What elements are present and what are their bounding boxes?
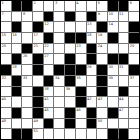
grid-cell[interactable] <box>54 97 64 107</box>
grid-cell[interactable] <box>33 76 43 86</box>
black-cell <box>108 1 118 11</box>
black-cell <box>44 12 54 22</box>
black-cell <box>97 76 107 86</box>
grid-cell[interactable]: 3 <box>54 1 64 11</box>
clue-number: 21 <box>34 44 38 48</box>
black-cell <box>129 33 139 43</box>
grid-cell[interactable]: 15 <box>1 33 11 43</box>
grid-cell[interactable]: 46 <box>76 108 86 118</box>
grid-cell[interactable]: 51 <box>33 129 43 139</box>
grid-cell[interactable] <box>87 87 97 97</box>
grid-cell[interactable] <box>54 44 64 54</box>
grid-cell[interactable] <box>129 129 139 139</box>
grid-cell[interactable] <box>54 54 64 64</box>
clue-number: 29 <box>87 65 91 69</box>
grid-cell[interactable]: 25 <box>129 44 139 54</box>
grid-cell[interactable] <box>22 87 32 97</box>
clue-number: 49 <box>34 119 38 123</box>
grid-cell[interactable]: 11 <box>119 12 129 22</box>
grid-cell[interactable] <box>1 87 11 97</box>
black-cell <box>33 97 43 107</box>
grid-cell[interactable]: 28 <box>12 65 22 75</box>
grid-cell[interactable] <box>119 76 129 86</box>
grid-cell[interactable]: 4 <box>76 1 86 11</box>
grid-cell[interactable] <box>65 44 75 54</box>
grid-cell[interactable] <box>54 119 64 129</box>
grid-cell[interactable]: 9 <box>97 12 107 22</box>
black-cell <box>119 1 129 11</box>
clue-number: 10 <box>108 12 112 16</box>
grid-cell[interactable]: 19 <box>97 33 107 43</box>
grid-cell[interactable]: 26 <box>22 54 32 64</box>
grid-cell[interactable] <box>44 65 54 75</box>
black-cell <box>33 54 43 64</box>
grid-cell[interactable] <box>1 129 11 139</box>
grid-cell[interactable] <box>65 129 75 139</box>
black-cell <box>33 108 43 118</box>
clue-number: 26 <box>23 54 27 58</box>
clue-number: 39 <box>66 87 70 91</box>
black-cell <box>12 129 22 139</box>
clue-number: 51 <box>34 129 38 133</box>
black-cell <box>65 76 75 86</box>
grid-cell[interactable] <box>54 12 64 22</box>
clue-number: 11 <box>119 12 123 16</box>
black-cell <box>119 87 129 97</box>
grid-cell[interactable]: 12 <box>44 22 54 32</box>
grid-cell[interactable]: 34 <box>54 76 64 86</box>
black-cell <box>97 65 107 75</box>
grid-cell[interactable] <box>65 1 75 11</box>
grid-cell[interactable]: 30 <box>108 65 118 75</box>
clue-number: 9 <box>98 12 100 16</box>
grid-cell[interactable] <box>76 129 86 139</box>
grid-cell[interactable]: 1 <box>1 1 11 11</box>
clue-number: 25 <box>130 44 134 48</box>
grid-cell[interactable]: 14 <box>108 22 118 32</box>
clue-number: 3 <box>55 1 57 5</box>
grid-cell[interactable] <box>65 22 75 32</box>
grid-cell[interactable] <box>97 108 107 118</box>
clue-number: 28 <box>12 65 16 69</box>
clue-number: 30 <box>108 65 112 69</box>
grid-cell[interactable]: 37 <box>129 76 139 86</box>
grid-cell[interactable] <box>44 129 54 139</box>
grid-cell[interactable]: 41 <box>44 97 54 107</box>
black-cell <box>97 87 107 97</box>
grid-cell[interactable] <box>12 12 22 22</box>
black-cell <box>44 33 54 43</box>
grid-cell[interactable]: 39 <box>65 87 75 97</box>
clue-number: 31 <box>119 65 123 69</box>
clue-number: 33 <box>23 76 27 80</box>
grid-cell[interactable]: 49 <box>33 119 43 129</box>
grid-cell[interactable]: 23 <box>76 44 86 54</box>
black-cell <box>12 108 22 118</box>
grid-cell[interactable] <box>97 129 107 139</box>
grid-cell[interactable]: 38 <box>44 87 54 97</box>
clue-number: 22 <box>44 44 48 48</box>
grid-cell[interactable] <box>22 119 32 129</box>
clue-number: 15 <box>2 33 6 37</box>
grid-cell[interactable]: 16 <box>12 33 22 43</box>
grid-cell[interactable] <box>22 33 32 43</box>
grid-cell[interactable]: 20 <box>1 44 11 54</box>
grid-cell[interactable] <box>87 1 97 11</box>
black-cell <box>65 12 75 22</box>
grid-cell[interactable] <box>1 22 11 32</box>
clue-number: 18 <box>87 33 91 37</box>
black-cell <box>22 44 32 54</box>
grid-cell[interactable]: 2 <box>33 1 43 11</box>
grid-cell[interactable]: 43 <box>97 97 107 107</box>
grid-cell[interactable]: 5 <box>97 1 107 11</box>
black-cell <box>22 1 32 11</box>
clue-number: 12 <box>44 22 48 26</box>
grid-cell[interactable]: 18 <box>87 33 97 43</box>
grid-cell[interactable] <box>76 119 86 129</box>
black-cell <box>87 44 97 54</box>
grid-cell[interactable] <box>1 54 11 64</box>
black-cell <box>33 22 43 32</box>
clue-number: 19 <box>98 33 102 37</box>
black-cell <box>108 33 118 43</box>
black-cell <box>44 119 54 129</box>
grid-cell[interactable] <box>12 97 22 107</box>
grid-cell[interactable] <box>22 65 32 75</box>
grid-cell[interactable]: 40 <box>1 97 11 107</box>
black-cell <box>65 119 75 129</box>
black-cell <box>108 129 118 139</box>
black-cell <box>44 76 54 86</box>
clue-number: 4 <box>76 1 78 5</box>
clue-number: 45 <box>44 108 48 112</box>
clue-number: 38 <box>44 87 48 91</box>
crossword-grid: 1234567891011121314151617181920212223242… <box>0 0 140 140</box>
grid-cell[interactable] <box>33 12 43 22</box>
black-cell <box>87 12 97 22</box>
black-cell <box>65 54 75 64</box>
clue-number: 43 <box>98 97 102 101</box>
grid-cell[interactable] <box>87 129 97 139</box>
grid-cell[interactable] <box>129 108 139 118</box>
black-cell <box>65 65 75 75</box>
clue-number: 27 <box>44 54 48 58</box>
grid-cell[interactable] <box>54 22 64 32</box>
grid-cell[interactable]: 6 <box>129 1 139 11</box>
clue-number: 2 <box>34 1 36 5</box>
clue-number: 40 <box>2 97 6 101</box>
clue-number: 48 <box>2 119 6 123</box>
grid-cell[interactable] <box>76 12 86 22</box>
grid-cell[interactable] <box>129 12 139 22</box>
grid-cell[interactable]: 35 <box>76 76 86 86</box>
clue-number: 14 <box>108 22 112 26</box>
grid-cell[interactable]: 31 <box>119 65 129 75</box>
grid-cell[interactable]: 7 <box>1 12 11 22</box>
grid-cell[interactable]: 17 <box>33 33 43 43</box>
black-cell <box>65 108 75 118</box>
clue-number: 7 <box>2 12 4 16</box>
clue-number: 37 <box>130 76 134 80</box>
black-cell <box>54 65 64 75</box>
clue-number: 50 <box>98 119 102 123</box>
black-cell <box>129 22 139 32</box>
grid-cell[interactable] <box>129 87 139 97</box>
grid-cell[interactable]: 42 <box>87 97 97 107</box>
grid-cell[interactable] <box>119 119 129 129</box>
black-cell <box>119 129 129 139</box>
clue-number: 5 <box>98 1 100 5</box>
grid-cell[interactable]: 27 <box>44 54 54 64</box>
grid-cell[interactable]: 44 <box>119 97 129 107</box>
black-cell <box>1 65 11 75</box>
black-cell <box>76 87 86 97</box>
grid-cell[interactable] <box>87 76 97 86</box>
grid-cell[interactable] <box>119 22 129 32</box>
clue-number: 24 <box>98 44 102 48</box>
grid-cell[interactable]: 32 <box>1 76 11 86</box>
black-cell <box>76 33 86 43</box>
grid-cell[interactable]: 33 <box>22 76 32 86</box>
grid-cell[interactable]: 47 <box>119 108 129 118</box>
grid-cell[interactable]: 24 <box>97 44 107 54</box>
grid-cell[interactable] <box>44 1 54 11</box>
grid-cell[interactable] <box>108 119 118 129</box>
grid-cell[interactable] <box>65 97 75 107</box>
grid-cell[interactable]: 50 <box>97 119 107 129</box>
grid-cell[interactable] <box>76 54 86 64</box>
grid-cell[interactable] <box>54 33 64 43</box>
clue-number: 35 <box>76 76 80 80</box>
clue-number: 23 <box>76 44 80 48</box>
grid-cell[interactable]: 29 <box>87 65 97 75</box>
black-cell <box>119 54 129 64</box>
grid-cell[interactable]: 45 <box>44 108 54 118</box>
grid-cell[interactable]: 8 <box>22 12 32 22</box>
black-cell <box>87 108 97 118</box>
black-cell <box>129 65 139 75</box>
clue-number: 44 <box>119 97 123 101</box>
black-cell <box>22 129 32 139</box>
black-cell <box>12 1 22 11</box>
grid-cell[interactable] <box>54 87 64 97</box>
grid-cell[interactable] <box>22 108 32 118</box>
grid-cell[interactable] <box>22 97 32 107</box>
grid-cell[interactable] <box>108 97 118 107</box>
grid-cell[interactable] <box>129 119 139 129</box>
black-cell <box>33 87 43 97</box>
clue-number: 42 <box>87 97 91 101</box>
black-cell <box>65 33 75 43</box>
grid-cell[interactable]: 48 <box>1 119 11 129</box>
clue-number: 13 <box>87 22 91 26</box>
clue-number: 17 <box>34 33 38 37</box>
black-cell <box>87 119 97 129</box>
grid-cell[interactable]: 13 <box>87 22 97 32</box>
clue-number: 41 <box>44 97 48 101</box>
grid-cell[interactable] <box>1 108 11 118</box>
clue-number: 20 <box>2 44 6 48</box>
grid-cell[interactable]: 21 <box>33 44 43 54</box>
grid-cell[interactable]: 36 <box>108 76 118 86</box>
black-cell <box>76 97 86 107</box>
grid-cell[interactable] <box>12 44 22 54</box>
grid-cell[interactable] <box>54 129 64 139</box>
clue-number: 16 <box>12 33 16 37</box>
black-cell <box>33 65 43 75</box>
grid-cell[interactable] <box>97 54 107 64</box>
black-cell <box>76 65 86 75</box>
grid-cell[interactable]: 22 <box>44 44 54 54</box>
black-cell <box>108 54 118 64</box>
black-cell <box>108 108 118 118</box>
grid-cell[interactable]: 10 <box>108 12 118 22</box>
black-cell <box>12 87 22 97</box>
clue-number: 1 <box>2 1 4 5</box>
clue-number: 46 <box>76 108 80 112</box>
clue-number: 8 <box>23 12 25 16</box>
grid-cell[interactable] <box>129 97 139 107</box>
clue-number: 47 <box>119 108 123 112</box>
black-cell <box>12 76 22 86</box>
grid-cell[interactable] <box>22 22 32 32</box>
black-cell <box>87 54 97 64</box>
black-cell <box>97 22 107 32</box>
clue-number: 36 <box>108 76 112 80</box>
clue-number: 34 <box>55 76 59 80</box>
grid-cell[interactable] <box>76 22 86 32</box>
grid-cell[interactable] <box>108 44 118 54</box>
grid-cell[interactable] <box>108 87 118 97</box>
clue-number: 32 <box>2 76 6 80</box>
grid-cell[interactable] <box>54 108 64 118</box>
grid-cell[interactable] <box>119 33 129 43</box>
grid-cell[interactable] <box>119 44 129 54</box>
grid-cell[interactable] <box>129 54 139 64</box>
black-cell <box>12 54 22 64</box>
grid-cell[interactable] <box>12 119 22 129</box>
black-cell <box>12 22 22 32</box>
clue-number: 6 <box>130 1 132 5</box>
